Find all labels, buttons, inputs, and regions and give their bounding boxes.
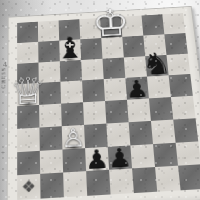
square-g6[interactable]: ♞ <box>145 55 169 77</box>
square-b2[interactable] <box>40 149 63 174</box>
square-h8[interactable] <box>162 13 185 34</box>
black-pawn[interactable]: ♟ <box>107 148 133 170</box>
square-f1[interactable] <box>132 167 157 193</box>
square-e5[interactable] <box>104 78 127 101</box>
board-brand-text: CHESS <box>0 67 6 89</box>
square-b1[interactable] <box>40 173 64 199</box>
square-a8[interactable] <box>17 22 38 43</box>
black-knight[interactable]: ♞ <box>141 51 173 77</box>
white-queen[interactable]: ♕ <box>10 75 46 106</box>
square-e2[interactable]: ♟ <box>108 145 132 170</box>
square-h2[interactable] <box>176 141 200 166</box>
square-c7[interactable]: ♝ <box>59 39 81 61</box>
square-e6[interactable] <box>102 57 125 79</box>
square-g2[interactable] <box>153 142 178 167</box>
square-f5[interactable]: ♟ <box>125 77 149 100</box>
square-a7[interactable] <box>17 42 38 64</box>
square-d5[interactable] <box>82 79 105 102</box>
square-a2[interactable] <box>17 150 40 175</box>
square-a1[interactable]: ❖ <box>17 174 40 200</box>
square-f3[interactable] <box>129 121 153 145</box>
square-g4[interactable] <box>149 97 173 121</box>
square-d2[interactable]: ♟ <box>85 146 109 171</box>
square-a5[interactable]: ♕ <box>17 83 39 106</box>
black-bishop[interactable]: ♝ <box>55 36 85 61</box>
white-king[interactable]: ♔ <box>91 7 130 38</box>
square-h1[interactable] <box>178 165 200 191</box>
registration-mark: + <box>1 149 5 157</box>
square-a3[interactable] <box>17 127 40 151</box>
square-e8[interactable]: ♔ <box>100 17 122 38</box>
square-g1[interactable] <box>155 166 181 192</box>
board-scene: CHESS ♔♝♞♕♟♙♟♟❖ <box>17 6 193 196</box>
board-grid: ♔♝♞♕♟♙♟♟❖ <box>17 13 200 200</box>
square-g8[interactable] <box>142 14 165 35</box>
square-h4[interactable] <box>171 96 196 120</box>
square-f2[interactable] <box>130 144 155 169</box>
chess-board: CHESS ♔♝♞♕♟♙♟♟❖ <box>17 13 200 200</box>
black-pawn[interactable]: ♟ <box>85 149 110 171</box>
square-c5[interactable] <box>60 81 83 104</box>
square-c3[interactable]: ♙ <box>62 125 85 149</box>
square-d4[interactable] <box>83 101 106 125</box>
square-h3[interactable] <box>173 118 198 142</box>
white-pawn[interactable]: ♙ <box>61 127 86 149</box>
square-c1[interactable] <box>63 171 87 197</box>
square-g3[interactable] <box>151 119 176 143</box>
black-pawn[interactable]: ♟ <box>125 79 150 99</box>
chessboard-photo: CHESS ♔♝♞♕♟♙♟♟❖ 4 + <box>0 0 200 200</box>
square-b3[interactable] <box>39 126 62 150</box>
compass-logo-icon: ❖ <box>22 179 36 195</box>
square-e4[interactable] <box>105 100 129 124</box>
